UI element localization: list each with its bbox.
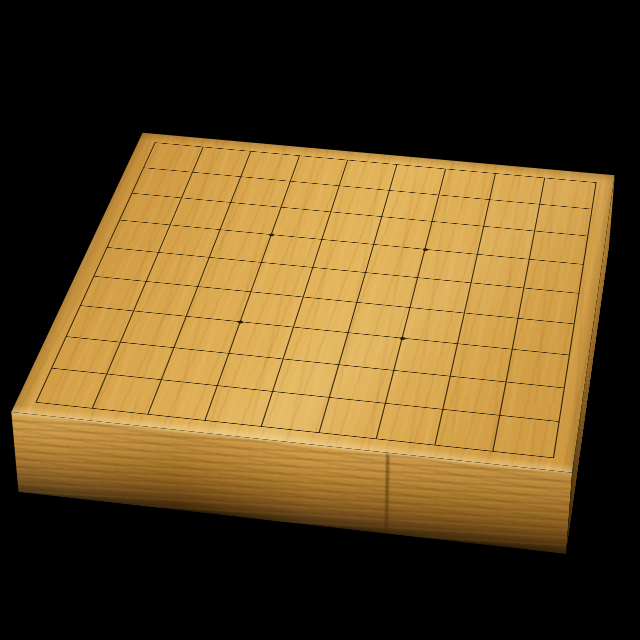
hoshi-dot [400,337,406,340]
board-cell-5-9[interactable] [519,288,578,324]
board-cell-8-9[interactable] [501,382,564,422]
perspective-wrapper [0,0,640,640]
board-cell-6-6[interactable] [348,302,410,338]
hoshi-dot [237,321,243,324]
board-cell-8-6[interactable] [329,365,394,404]
board-cell-6-4[interactable] [240,292,304,328]
board-cell-8-2[interactable] [107,342,175,380]
board-cell-7-3[interactable] [174,317,240,354]
board-cell-9-1[interactable] [37,369,107,408]
board-cell-6-8[interactable] [458,313,519,350]
board-cell-9-7[interactable] [377,404,443,445]
board-cell-7-2[interactable] [120,311,186,348]
board-cell-6-3[interactable] [187,287,251,322]
board-cell-7-7[interactable] [395,339,458,377]
board-cell-5-5[interactable] [304,268,366,303]
board-cell-9-2[interactable] [92,375,161,414]
board-grid [35,142,596,458]
board-cell-9-3[interactable] [149,380,218,420]
board-cell-9-5[interactable] [262,392,329,432]
board-cell-6-2[interactable] [133,282,198,317]
board-cell-5-4[interactable] [251,263,313,297]
board-cell-7-4[interactable] [229,322,294,359]
board-cell-8-4[interactable] [217,354,284,392]
shogi-board [11,133,614,473]
scene [0,0,640,640]
board-cell-8-7[interactable] [386,371,450,410]
board-cell-8-8[interactable] [443,376,507,416]
board-cell-5-6[interactable] [357,273,418,308]
board-cell-6-1[interactable] [81,276,146,311]
board-cell-4-9[interactable] [525,259,583,293]
board-cell-9-6[interactable] [319,398,386,439]
board-cell-5-8[interactable] [465,283,525,318]
board-cell-7-6[interactable] [339,333,403,371]
board-cell-8-3[interactable] [162,348,229,386]
board-cell-7-5[interactable] [284,328,348,365]
board-cell-7-9[interactable] [507,350,569,388]
board-cell-5-7[interactable] [411,278,472,313]
board-cell-6-5[interactable] [294,297,357,333]
board-cell-8-5[interactable] [273,359,339,398]
board-cell-7-1[interactable] [67,306,134,342]
board-cell-8-1[interactable] [52,337,120,375]
board-cell-6-9[interactable] [513,319,574,356]
board-cell-5-3[interactable] [198,258,261,292]
board-cell-7-8[interactable] [451,344,513,382]
board-cell-6-7[interactable] [403,308,465,344]
board-cell-9-9[interactable] [494,416,558,457]
board-cell-9-4[interactable] [205,386,273,426]
board-cell-9-8[interactable] [435,410,500,451]
